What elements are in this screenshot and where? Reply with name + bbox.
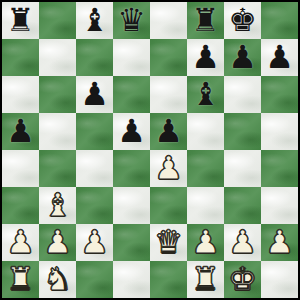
square-c1[interactable] bbox=[76, 261, 113, 298]
black-pawn-h7[interactable]: ♟ bbox=[265, 39, 294, 76]
square-f5[interactable] bbox=[187, 113, 224, 150]
square-h2[interactable]: ♟ bbox=[261, 224, 298, 261]
square-a2[interactable]: ♟ bbox=[2, 224, 39, 261]
white-pawn-g2[interactable]: ♟ bbox=[228, 224, 257, 261]
square-a5[interactable]: ♟ bbox=[2, 113, 39, 150]
square-g3[interactable] bbox=[224, 187, 261, 224]
square-g2[interactable]: ♟ bbox=[224, 224, 261, 261]
square-b3[interactable]: ♝ bbox=[39, 187, 76, 224]
square-h3[interactable] bbox=[261, 187, 298, 224]
black-queen-d8[interactable]: ♛ bbox=[117, 2, 146, 39]
square-e2[interactable]: ♛ bbox=[150, 224, 187, 261]
square-f2[interactable]: ♟ bbox=[187, 224, 224, 261]
black-pawn-c6[interactable]: ♟ bbox=[80, 76, 109, 113]
square-f6[interactable]: ♝ bbox=[187, 76, 224, 113]
square-d6[interactable] bbox=[113, 76, 150, 113]
square-b7[interactable] bbox=[39, 39, 76, 76]
chess-board: ♜♝♛♜♚♟♟♟♟♝♟♟♟♟♝♟♟♟♛♟♟♟♜♞♜♚ bbox=[2, 2, 298, 298]
white-pawn-b2[interactable]: ♟ bbox=[43, 224, 72, 261]
square-a6[interactable] bbox=[2, 76, 39, 113]
square-d2[interactable] bbox=[113, 224, 150, 261]
square-a1[interactable]: ♜ bbox=[2, 261, 39, 298]
square-b2[interactable]: ♟ bbox=[39, 224, 76, 261]
square-c5[interactable] bbox=[76, 113, 113, 150]
white-rook-a1[interactable]: ♜ bbox=[6, 261, 35, 298]
square-f4[interactable] bbox=[187, 150, 224, 187]
black-rook-a8[interactable]: ♜ bbox=[6, 2, 35, 39]
square-e7[interactable] bbox=[150, 39, 187, 76]
white-knight-b1[interactable]: ♞ bbox=[43, 261, 72, 298]
square-b6[interactable] bbox=[39, 76, 76, 113]
square-f8[interactable]: ♜ bbox=[187, 2, 224, 39]
black-pawn-g7[interactable]: ♟ bbox=[228, 39, 257, 76]
square-b5[interactable] bbox=[39, 113, 76, 150]
square-g6[interactable] bbox=[224, 76, 261, 113]
square-a3[interactable] bbox=[2, 187, 39, 224]
square-b8[interactable] bbox=[39, 2, 76, 39]
white-pawn-h2[interactable]: ♟ bbox=[265, 224, 294, 261]
black-pawn-d5[interactable]: ♟ bbox=[117, 113, 146, 150]
square-g1[interactable]: ♚ bbox=[224, 261, 261, 298]
square-b4[interactable] bbox=[39, 150, 76, 187]
square-e6[interactable] bbox=[150, 76, 187, 113]
square-h1[interactable] bbox=[261, 261, 298, 298]
square-d4[interactable] bbox=[113, 150, 150, 187]
white-pawn-c2[interactable]: ♟ bbox=[80, 224, 109, 261]
black-bishop-c8[interactable]: ♝ bbox=[80, 2, 109, 39]
square-h8[interactable] bbox=[261, 2, 298, 39]
square-a7[interactable] bbox=[2, 39, 39, 76]
square-d7[interactable] bbox=[113, 39, 150, 76]
square-e1[interactable] bbox=[150, 261, 187, 298]
square-c4[interactable] bbox=[76, 150, 113, 187]
square-f1[interactable]: ♜ bbox=[187, 261, 224, 298]
square-g5[interactable] bbox=[224, 113, 261, 150]
white-bishop-b3[interactable]: ♝ bbox=[43, 187, 72, 224]
black-pawn-e5[interactable]: ♟ bbox=[154, 113, 183, 150]
square-g7[interactable]: ♟ bbox=[224, 39, 261, 76]
square-d8[interactable]: ♛ bbox=[113, 2, 150, 39]
square-c6[interactable]: ♟ bbox=[76, 76, 113, 113]
white-rook-f1[interactable]: ♜ bbox=[191, 261, 220, 298]
square-g4[interactable] bbox=[224, 150, 261, 187]
black-rook-f8[interactable]: ♜ bbox=[191, 2, 220, 39]
square-f3[interactable] bbox=[187, 187, 224, 224]
white-pawn-e4[interactable]: ♟ bbox=[154, 150, 183, 187]
square-h6[interactable] bbox=[261, 76, 298, 113]
square-a8[interactable]: ♜ bbox=[2, 2, 39, 39]
black-king-g8[interactable]: ♚ bbox=[228, 2, 257, 39]
square-d5[interactable]: ♟ bbox=[113, 113, 150, 150]
black-bishop-f6[interactable]: ♝ bbox=[191, 76, 220, 113]
square-c3[interactable] bbox=[76, 187, 113, 224]
black-pawn-a5[interactable]: ♟ bbox=[6, 113, 35, 150]
white-pawn-f2[interactable]: ♟ bbox=[191, 224, 220, 261]
square-a4[interactable] bbox=[2, 150, 39, 187]
chess-board-frame: ♜♝♛♜♚♟♟♟♟♝♟♟♟♟♝♟♟♟♛♟♟♟♜♞♜♚ bbox=[0, 0, 300, 300]
black-pawn-f7[interactable]: ♟ bbox=[191, 39, 220, 76]
square-e4[interactable]: ♟ bbox=[150, 150, 187, 187]
square-c8[interactable]: ♝ bbox=[76, 2, 113, 39]
square-h4[interactable] bbox=[261, 150, 298, 187]
square-g8[interactable]: ♚ bbox=[224, 2, 261, 39]
white-king-g1[interactable]: ♚ bbox=[228, 261, 257, 298]
square-d3[interactable] bbox=[113, 187, 150, 224]
square-b1[interactable]: ♞ bbox=[39, 261, 76, 298]
square-d1[interactable] bbox=[113, 261, 150, 298]
white-queen-e2[interactable]: ♛ bbox=[154, 224, 183, 261]
square-c2[interactable]: ♟ bbox=[76, 224, 113, 261]
square-h7[interactable]: ♟ bbox=[261, 39, 298, 76]
square-e8[interactable] bbox=[150, 2, 187, 39]
square-e3[interactable] bbox=[150, 187, 187, 224]
square-e5[interactable]: ♟ bbox=[150, 113, 187, 150]
square-c7[interactable] bbox=[76, 39, 113, 76]
square-h5[interactable] bbox=[261, 113, 298, 150]
square-f7[interactable]: ♟ bbox=[187, 39, 224, 76]
white-pawn-a2[interactable]: ♟ bbox=[6, 224, 35, 261]
